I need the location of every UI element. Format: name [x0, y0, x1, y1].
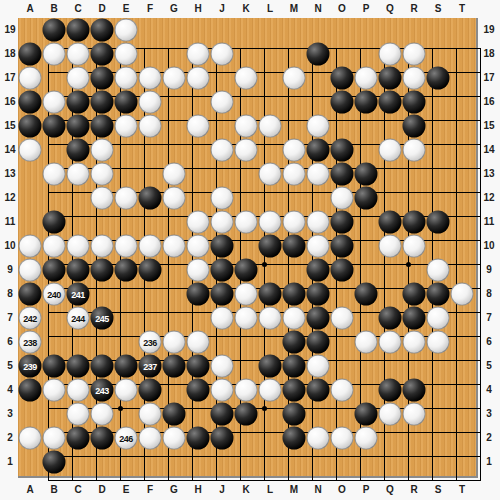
row-label-right-16: 16	[479, 96, 499, 108]
white-stone-K14	[235, 139, 258, 162]
white-stone-R6	[403, 331, 426, 354]
black-stone-R11	[403, 211, 426, 234]
white-stone-A6: 238	[19, 331, 42, 354]
white-stone-A17	[19, 67, 42, 90]
white-stone-Q6	[379, 331, 402, 354]
white-stone-P17	[355, 67, 378, 90]
row-label-left-13: 13	[0, 168, 20, 180]
white-stone-E10	[115, 235, 138, 258]
row-label-left-12: 12	[0, 192, 20, 204]
col-label-top-H: H	[188, 3, 208, 15]
white-stone-M7	[283, 307, 306, 330]
star-point-D4	[118, 406, 123, 411]
black-stone-N7	[307, 307, 330, 330]
row-label-right-9: 9	[479, 264, 499, 276]
move-number-label-238: 238	[23, 337, 37, 347]
white-stone-M14	[283, 139, 306, 162]
col-label-bottom-M: M	[284, 484, 304, 496]
col-label-top-N: N	[308, 3, 328, 15]
white-stone-F16	[139, 91, 162, 114]
white-stone-K17	[235, 67, 258, 90]
col-label-top-J: J	[212, 3, 232, 15]
white-stone-Q3	[379, 403, 402, 426]
col-label-bottom-Q: Q	[380, 484, 400, 496]
col-label-bottom-N: N	[308, 484, 328, 496]
white-stone-N5	[307, 355, 330, 378]
black-stone-O14	[331, 139, 354, 162]
star-point-Q10	[406, 262, 411, 267]
black-stone-E16	[115, 91, 138, 114]
col-label-bottom-K: K	[236, 484, 256, 496]
white-stone-N11	[307, 211, 330, 234]
black-stone-M6	[283, 331, 306, 354]
black-stone-J9	[211, 259, 234, 282]
black-stone-P12	[355, 187, 378, 210]
row-label-left-19: 19	[0, 24, 20, 36]
row-label-right-3: 3	[479, 408, 499, 420]
white-stone-K8	[235, 283, 258, 306]
row-label-left-18: 18	[0, 48, 20, 60]
white-stone-N2	[307, 427, 330, 450]
black-stone-J3	[211, 403, 234, 426]
white-stone-F2	[139, 427, 162, 450]
white-stone-G10	[163, 235, 186, 258]
col-label-top-C: C	[68, 3, 88, 15]
col-label-top-Q: Q	[380, 3, 400, 15]
white-stone-D12	[91, 187, 114, 210]
row-label-right-1: 1	[479, 456, 499, 468]
move-number-label-246: 246	[119, 433, 133, 443]
white-stone-M17	[283, 67, 306, 90]
black-stone-P8	[355, 283, 378, 306]
row-label-left-3: 3	[0, 408, 20, 420]
black-stone-C15	[67, 115, 90, 138]
white-stone-L7	[259, 307, 282, 330]
black-stone-L8	[259, 283, 282, 306]
black-stone-R16	[403, 91, 426, 114]
black-stone-H5	[187, 355, 210, 378]
black-stone-D19	[91, 19, 114, 42]
black-stone-D15	[91, 115, 114, 138]
row-label-left-6: 6	[0, 336, 20, 348]
white-stone-B18	[43, 43, 66, 66]
black-stone-O11	[331, 211, 354, 234]
black-stone-M5	[283, 355, 306, 378]
col-label-bottom-D: D	[92, 484, 112, 496]
row-label-left-4: 4	[0, 384, 20, 396]
black-stone-D16	[91, 91, 114, 114]
white-stone-Q14	[379, 139, 402, 162]
black-stone-K3	[235, 403, 258, 426]
move-number-label-243: 243	[95, 385, 109, 395]
white-stone-H11	[187, 211, 210, 234]
white-stone-F6: 236	[139, 331, 162, 354]
col-label-bottom-P: P	[356, 484, 376, 496]
white-stone-G6	[163, 331, 186, 354]
move-number-label-240: 240	[47, 289, 61, 299]
row-label-right-8: 8	[479, 288, 499, 300]
black-stone-G5	[163, 355, 186, 378]
black-stone-M8	[283, 283, 306, 306]
white-stone-B8: 240	[43, 283, 66, 306]
row-label-right-12: 12	[479, 192, 499, 204]
row-label-left-5: 5	[0, 360, 20, 372]
white-stone-C10	[67, 235, 90, 258]
white-stone-F10	[139, 235, 162, 258]
col-label-top-F: F	[140, 3, 160, 15]
row-label-right-13: 13	[479, 168, 499, 180]
black-stone-B5	[43, 355, 66, 378]
white-stone-Q18	[379, 43, 402, 66]
black-stone-B9	[43, 259, 66, 282]
white-stone-K7	[235, 307, 258, 330]
black-stone-Q17	[379, 67, 402, 90]
move-number-label-241: 241	[71, 289, 85, 299]
row-label-right-5: 5	[479, 360, 499, 372]
black-stone-K9	[235, 259, 258, 282]
black-stone-H8	[187, 283, 210, 306]
black-stone-D2	[91, 427, 114, 450]
black-stone-C19	[67, 19, 90, 42]
white-stone-K11	[235, 211, 258, 234]
row-label-right-11: 11	[479, 216, 499, 228]
black-stone-J10	[211, 235, 234, 258]
white-stone-L11	[259, 211, 282, 234]
black-stone-R7	[403, 307, 426, 330]
white-stone-K15	[235, 115, 258, 138]
white-stone-R10	[403, 235, 426, 258]
black-stone-R15	[403, 115, 426, 138]
row-label-right-15: 15	[479, 120, 499, 132]
white-stone-A9	[19, 259, 42, 282]
white-stone-N13	[307, 163, 330, 186]
white-stone-R14	[403, 139, 426, 162]
black-stone-N4	[307, 379, 330, 402]
row-label-right-4: 4	[479, 384, 499, 396]
move-number-label-244: 244	[71, 313, 85, 323]
black-stone-E9	[115, 259, 138, 282]
row-label-right-19: 19	[479, 24, 499, 36]
black-stone-A18	[19, 43, 42, 66]
black-stone-M3	[283, 403, 306, 426]
white-stone-E18	[115, 43, 138, 66]
white-stone-H18	[187, 43, 210, 66]
white-stone-F17	[139, 67, 162, 90]
white-stone-G13	[163, 163, 186, 186]
col-label-top-E: E	[116, 3, 136, 15]
white-stone-P6	[355, 331, 378, 354]
black-stone-A15	[19, 115, 42, 138]
white-stone-H17	[187, 67, 210, 90]
black-stone-C8: 241	[67, 283, 90, 306]
white-stone-R18	[403, 43, 426, 66]
black-stone-E5	[115, 355, 138, 378]
black-stone-A8	[19, 283, 42, 306]
black-stone-Q7	[379, 307, 402, 330]
white-stone-G17	[163, 67, 186, 90]
white-stone-J4	[211, 379, 234, 402]
row-label-left-10: 10	[0, 240, 20, 252]
col-label-bottom-J: J	[212, 484, 232, 496]
col-label-top-T: T	[452, 3, 472, 15]
row-label-left-7: 7	[0, 312, 20, 324]
black-stone-F12	[139, 187, 162, 210]
white-stone-L4	[259, 379, 282, 402]
white-stone-B4	[43, 379, 66, 402]
white-stone-H6	[187, 331, 210, 354]
black-stone-L5	[259, 355, 282, 378]
star-point-K4	[262, 406, 267, 411]
white-stone-J18	[211, 43, 234, 66]
black-stone-S11	[427, 211, 450, 234]
black-stone-D9	[91, 259, 114, 282]
black-stone-F4	[139, 379, 162, 402]
white-stone-E17	[115, 67, 138, 90]
black-stone-B19	[43, 19, 66, 42]
white-stone-C13	[67, 163, 90, 186]
white-stone-L15	[259, 115, 282, 138]
black-stone-Q4	[379, 379, 402, 402]
black-stone-Q16	[379, 91, 402, 114]
black-stone-O13	[331, 163, 354, 186]
white-stone-P2	[355, 427, 378, 450]
white-stone-M13	[283, 163, 306, 186]
black-stone-C16	[67, 91, 90, 114]
black-stone-L10	[259, 235, 282, 258]
white-stone-D10	[91, 235, 114, 258]
white-stone-C17	[67, 67, 90, 90]
black-stone-F9	[139, 259, 162, 282]
col-label-top-R: R	[404, 3, 424, 15]
white-stone-J16	[211, 91, 234, 114]
black-stone-N8	[307, 283, 330, 306]
row-label-right-7: 7	[479, 312, 499, 324]
white-stone-M11	[283, 211, 306, 234]
white-stone-D13	[91, 163, 114, 186]
col-label-bottom-E: E	[116, 484, 136, 496]
row-label-left-15: 15	[0, 120, 20, 132]
black-stone-C9	[67, 259, 90, 282]
white-stone-J14	[211, 139, 234, 162]
move-number-label-245: 245	[95, 313, 109, 323]
col-label-top-S: S	[428, 3, 448, 15]
col-label-top-K: K	[236, 3, 256, 15]
col-label-bottom-H: H	[188, 484, 208, 496]
white-stone-E15	[115, 115, 138, 138]
white-stone-H15	[187, 115, 210, 138]
col-label-bottom-L: L	[260, 484, 280, 496]
black-stone-G3	[163, 403, 186, 426]
white-stone-F3	[139, 403, 162, 426]
black-stone-H2	[187, 427, 210, 450]
col-label-top-O: O	[332, 3, 352, 15]
black-stone-O17	[331, 67, 354, 90]
row-label-right-17: 17	[479, 72, 499, 84]
col-label-top-G: G	[164, 3, 184, 15]
star-point-K10	[262, 262, 267, 267]
black-stone-B1	[43, 451, 66, 474]
black-stone-A16	[19, 91, 42, 114]
white-stone-D3	[91, 403, 114, 426]
col-label-top-A: A	[20, 3, 40, 15]
move-number-label-239: 239	[23, 361, 37, 371]
black-stone-B11	[43, 211, 66, 234]
row-label-right-6: 6	[479, 336, 499, 348]
white-stone-K4	[235, 379, 258, 402]
white-stone-G2	[163, 427, 186, 450]
white-stone-S7	[427, 307, 450, 330]
col-label-bottom-T: T	[452, 484, 472, 496]
white-stone-F15	[139, 115, 162, 138]
black-stone-D7: 245	[91, 307, 114, 330]
move-number-label-236: 236	[143, 337, 157, 347]
white-stone-N10	[307, 235, 330, 258]
black-stone-D18	[91, 43, 114, 66]
white-stone-R3	[403, 403, 426, 426]
row-label-left-2: 2	[0, 432, 20, 444]
row-label-right-18: 18	[479, 48, 499, 60]
white-stone-C4	[67, 379, 90, 402]
white-stone-J5	[211, 355, 234, 378]
white-stone-G12	[163, 187, 186, 210]
black-stone-J2	[211, 427, 234, 450]
white-stone-L13	[259, 163, 282, 186]
move-number-label-237: 237	[143, 361, 157, 371]
row-label-right-2: 2	[479, 432, 499, 444]
black-stone-Q11	[379, 211, 402, 234]
white-stone-O2	[331, 427, 354, 450]
black-stone-J8	[211, 283, 234, 306]
col-label-bottom-S: S	[428, 484, 448, 496]
black-stone-H4	[187, 379, 210, 402]
white-stone-E2: 246	[115, 427, 138, 450]
row-label-left-1: 1	[0, 456, 20, 468]
black-stone-R8	[403, 283, 426, 306]
row-label-left-16: 16	[0, 96, 20, 108]
white-stone-J7	[211, 307, 234, 330]
black-stone-C2	[67, 427, 90, 450]
white-stone-A10	[19, 235, 42, 258]
black-stone-P3	[355, 403, 378, 426]
col-label-top-P: P	[356, 3, 376, 15]
col-label-bottom-C: C	[68, 484, 88, 496]
black-stone-N6	[307, 331, 330, 354]
white-stone-A2	[19, 427, 42, 450]
white-stone-N15	[307, 115, 330, 138]
black-stone-R4	[403, 379, 426, 402]
white-stone-O4	[331, 379, 354, 402]
white-stone-C18	[67, 43, 90, 66]
black-stone-D5	[91, 355, 114, 378]
white-stone-S6	[427, 331, 450, 354]
col-label-bottom-A: A	[20, 484, 40, 496]
white-stone-H10	[187, 235, 210, 258]
white-stone-A7: 242	[19, 307, 42, 330]
black-stone-P13	[355, 163, 378, 186]
col-label-bottom-G: G	[164, 484, 184, 496]
col-label-bottom-R: R	[404, 484, 424, 496]
col-label-top-L: L	[260, 3, 280, 15]
row-label-left-8: 8	[0, 288, 20, 300]
black-stone-A5: 239	[19, 355, 42, 378]
col-label-bottom-F: F	[140, 484, 160, 496]
white-stone-E12	[115, 187, 138, 210]
col-label-top-D: D	[92, 3, 112, 15]
white-stone-H9	[187, 259, 210, 282]
white-stone-B16	[43, 91, 66, 114]
row-label-right-10: 10	[479, 240, 499, 252]
black-stone-B15	[43, 115, 66, 138]
white-stone-C3	[67, 403, 90, 426]
white-stone-B10	[43, 235, 66, 258]
black-stone-C14	[67, 139, 90, 162]
black-stone-S8	[427, 283, 450, 306]
white-stone-S9	[427, 259, 450, 282]
white-stone-Q10	[379, 235, 402, 258]
black-stone-D17	[91, 67, 114, 90]
black-stone-P16	[355, 91, 378, 114]
row-label-left-17: 17	[0, 72, 20, 84]
black-stone-N9	[307, 259, 330, 282]
white-stone-C7: 244	[67, 307, 90, 330]
white-stone-T8	[451, 283, 474, 306]
black-stone-N18	[307, 43, 330, 66]
black-stone-M10	[283, 235, 306, 258]
black-stone-N14	[307, 139, 330, 162]
row-label-right-14: 14	[479, 144, 499, 156]
col-label-bottom-O: O	[332, 484, 352, 496]
white-stone-A14	[19, 139, 42, 162]
white-stone-O7	[331, 307, 354, 330]
black-stone-S17	[427, 67, 450, 90]
black-stone-O10	[331, 235, 354, 258]
col-label-bottom-B: B	[44, 484, 64, 496]
row-label-left-9: 9	[0, 264, 20, 276]
black-stone-C5	[67, 355, 90, 378]
white-stone-D14	[91, 139, 114, 162]
black-stone-A4	[19, 379, 42, 402]
black-stone-O9	[331, 259, 354, 282]
move-number-label-242: 242	[23, 313, 37, 323]
white-stone-O12	[331, 187, 354, 210]
col-label-top-M: M	[284, 3, 304, 15]
white-stone-B13	[43, 163, 66, 186]
black-stone-O16	[331, 91, 354, 114]
black-stone-D4: 243	[91, 379, 114, 402]
black-stone-M2	[283, 427, 306, 450]
white-stone-J12	[211, 187, 234, 210]
black-stone-M4	[283, 379, 306, 402]
white-stone-E4	[115, 379, 138, 402]
col-label-top-B: B	[44, 3, 64, 15]
row-label-left-11: 11	[0, 216, 20, 228]
black-stone-F5: 237	[139, 355, 162, 378]
white-stone-E19	[115, 19, 138, 42]
white-stone-J11	[211, 211, 234, 234]
row-label-left-14: 14	[0, 144, 20, 156]
white-stone-B2	[43, 427, 66, 450]
white-stone-R17	[403, 67, 426, 90]
go-board-screen: AABBCCDDEEFFGGHHJJKKLLMMNNOOPPQQRRSSTT19…	[0, 0, 500, 500]
